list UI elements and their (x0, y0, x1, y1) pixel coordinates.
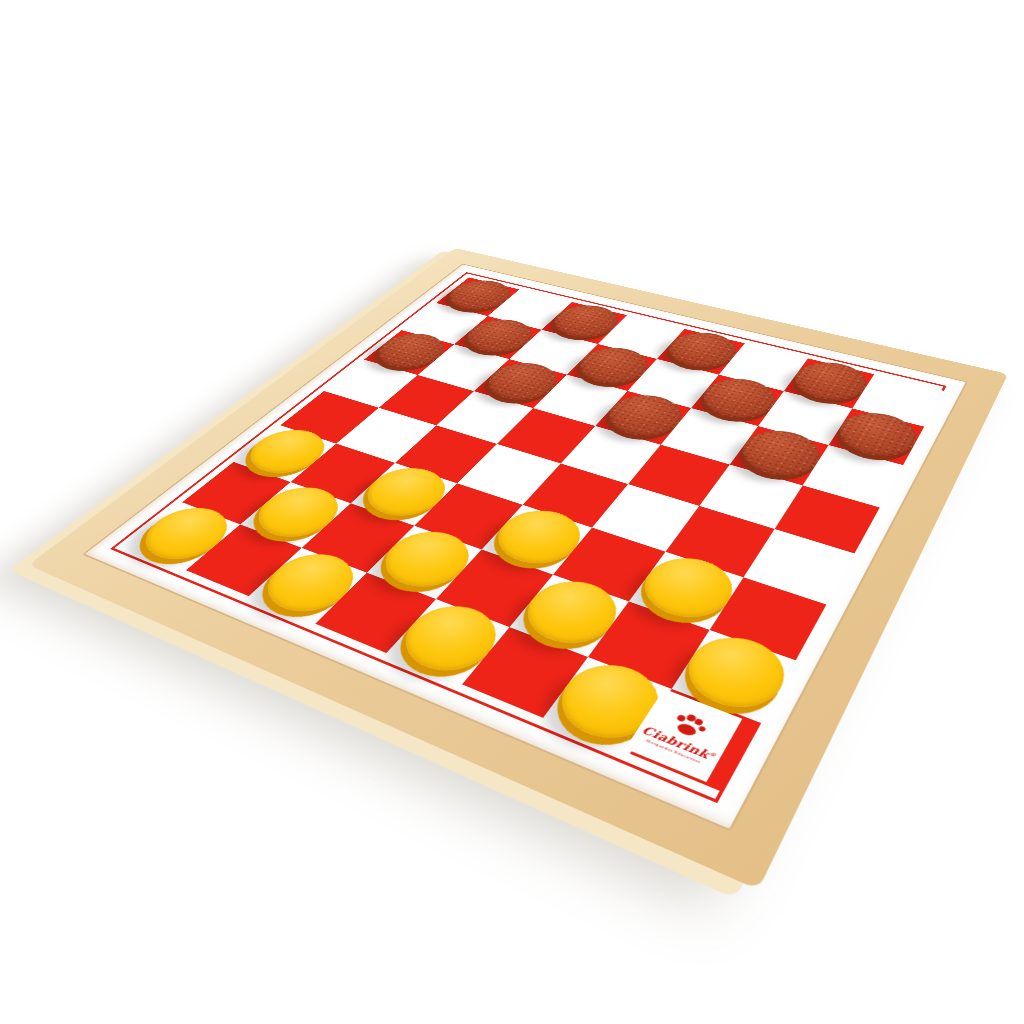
registered-trademark: ® (709, 750, 718, 757)
product-photo-stage: Ciabrink® Brinquedos Educativos (0, 0, 1024, 1024)
checkers-board: Ciabrink® Brinquedos Educativos (28, 248, 1008, 890)
